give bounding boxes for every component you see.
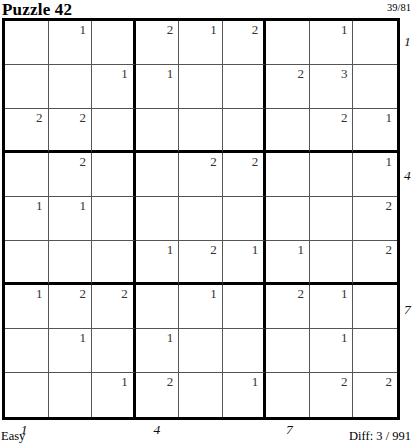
cell-r5c2[interactable]: 1 (49, 197, 93, 241)
cell-r3c5[interactable] (179, 109, 223, 153)
cell-r3c9[interactable]: 1 (353, 109, 397, 153)
cell-r2c7[interactable]: 2 (266, 65, 310, 109)
cell-r7c8[interactable]: 1 (310, 285, 354, 329)
row-label-1: 1 (404, 35, 411, 49)
clue-digit: 1 (297, 243, 304, 257)
cell-r8c7[interactable] (266, 329, 310, 373)
cell-r1c3[interactable] (92, 21, 136, 65)
clue-digit: 1 (386, 111, 393, 125)
cell-r1c8[interactable]: 1 (310, 21, 354, 65)
cell-r2c9[interactable] (353, 65, 397, 109)
cell-r5c4[interactable] (136, 197, 180, 241)
cell-r9c3[interactable]: 1 (92, 373, 136, 417)
clue-digit: 2 (210, 243, 217, 257)
clue-digit: 2 (80, 111, 87, 125)
clue-digit: 1 (210, 287, 217, 301)
clue-digit: 1 (341, 287, 348, 301)
clue-digit: 2 (386, 243, 393, 257)
cell-r6c1[interactable] (5, 241, 49, 285)
cell-r8c2[interactable]: 1 (49, 329, 93, 373)
cell-r1c6[interactable]: 2 (223, 21, 267, 65)
cell-r9c5[interactable] (179, 373, 223, 417)
clue-digit: 1 (80, 199, 87, 213)
cell-r8c6[interactable] (223, 329, 267, 373)
cell-r1c4[interactable]: 2 (136, 21, 180, 65)
cell-r2c8[interactable]: 3 (310, 65, 354, 109)
cell-r1c5[interactable]: 1 (179, 21, 223, 65)
cell-r4c4[interactable] (136, 153, 180, 197)
clue-digit: 2 (167, 375, 174, 389)
cell-r9c9[interactable]: 2 (353, 373, 397, 417)
clue-digit: 1 (121, 375, 128, 389)
cell-r6c2[interactable] (49, 241, 93, 285)
clue-digit: 2 (297, 67, 304, 81)
clue-digit: 3 (341, 67, 348, 81)
cell-r2c4[interactable]: 1 (136, 65, 180, 109)
cell-r6c4[interactable]: 1 (136, 241, 180, 285)
cell-r2c6[interactable] (223, 65, 267, 109)
row-label-4: 4 (404, 169, 411, 183)
cell-r3c6[interactable] (223, 109, 267, 153)
cell-r7c9[interactable] (353, 285, 397, 329)
clue-digit: 2 (386, 375, 393, 389)
clue-digit: 2 (167, 23, 174, 37)
cell-r5c9[interactable]: 2 (353, 197, 397, 241)
clue-digit: 1 (36, 287, 43, 301)
clue-digit: 2 (80, 155, 87, 169)
clue-digit: 1 (167, 67, 174, 81)
cell-r7c1[interactable]: 1 (5, 285, 49, 329)
difficulty-stat: Diff: 3 / 991 (349, 429, 411, 444)
cell-r7c3[interactable]: 2 (92, 285, 136, 329)
cell-r3c1[interactable]: 2 (5, 109, 49, 153)
cell-r7c4[interactable] (136, 285, 180, 329)
cell-r8c4[interactable]: 1 (136, 329, 180, 373)
cell-r8c5[interactable] (179, 329, 223, 373)
cell-r5c8[interactable] (310, 197, 354, 241)
cell-r1c2[interactable]: 1 (49, 21, 93, 65)
clue-digit: 1 (80, 331, 87, 345)
cell-r6c6[interactable]: 1 (223, 241, 267, 285)
cell-r3c3[interactable] (92, 109, 136, 153)
cell-r4c8[interactable] (310, 153, 354, 197)
cell-r1c7[interactable] (266, 21, 310, 65)
clue-digit: 2 (341, 375, 348, 389)
cell-r2c2[interactable] (49, 65, 93, 109)
cell-r5c6[interactable] (223, 197, 267, 241)
puzzle-board: 121211123222122211121211212212111112122 (2, 18, 400, 420)
clue-digit: 1 (121, 67, 128, 81)
cell-r4c3[interactable] (92, 153, 136, 197)
cell-r7c2[interactable]: 2 (49, 285, 93, 329)
clue-digit: 1 (36, 199, 43, 213)
cell-r9c1[interactable] (5, 373, 49, 417)
cell-r4c9[interactable]: 1 (353, 153, 397, 197)
cell-r5c3[interactable] (92, 197, 136, 241)
cell-r5c1[interactable]: 1 (5, 197, 49, 241)
cell-r9c8[interactable]: 2 (310, 373, 354, 417)
clue-digit: 1 (252, 375, 259, 389)
clue-digit: 2 (36, 111, 43, 125)
clue-digit: 1 (167, 331, 174, 345)
cell-r4c7[interactable] (266, 153, 310, 197)
cell-r8c9[interactable] (353, 329, 397, 373)
cell-r5c7[interactable] (266, 197, 310, 241)
cell-r4c2[interactable]: 2 (49, 153, 93, 197)
cell-r3c2[interactable]: 2 (49, 109, 93, 153)
cell-r1c9[interactable] (353, 21, 397, 65)
cell-r6c3[interactable] (92, 241, 136, 285)
clue-digit: 1 (210, 23, 217, 37)
clue-digit: 1 (80, 23, 87, 37)
clue-digit: 1 (341, 331, 348, 345)
cell-r8c3[interactable] (92, 329, 136, 373)
clue-digit: 2 (252, 23, 259, 37)
clue-digit: 2 (341, 111, 348, 125)
cell-r7c5[interactable]: 1 (179, 285, 223, 329)
cell-r7c7[interactable]: 2 (266, 285, 310, 329)
puzzle-title: Puzzle 42 (2, 0, 72, 20)
cell-r2c5[interactable] (179, 65, 223, 109)
clue-digit: 2 (297, 287, 304, 301)
cell-r4c1[interactable] (5, 153, 49, 197)
puzzle-page: Puzzle 42 39/81 121211123222122211121211… (0, 0, 412, 446)
clue-digit: 1 (167, 243, 174, 257)
cell-r5c5[interactable] (179, 197, 223, 241)
col-label-4: 4 (153, 423, 160, 437)
cell-r1c1[interactable] (5, 21, 49, 65)
cell-r6c9[interactable]: 2 (353, 241, 397, 285)
given-count: 39/81 (387, 2, 411, 13)
clue-digit: 1 (386, 155, 393, 169)
cell-r3c7[interactable] (266, 109, 310, 153)
cell-r9c2[interactable] (49, 373, 93, 417)
cell-r9c7[interactable] (266, 373, 310, 417)
col-label-7: 7 (286, 423, 293, 437)
cell-r9c6[interactable]: 1 (223, 373, 267, 417)
clue-digit: 1 (252, 243, 259, 257)
cell-r6c5[interactable]: 2 (179, 241, 223, 285)
cell-r2c1[interactable] (5, 65, 49, 109)
cell-r3c4[interactable] (136, 109, 180, 153)
cell-r7c6[interactable] (223, 285, 267, 329)
clue-digit: 2 (80, 287, 87, 301)
clue-digit: 2 (121, 287, 128, 301)
cell-r8c1[interactable] (5, 329, 49, 373)
cell-r2c3[interactable]: 1 (92, 65, 136, 109)
row-label-7: 7 (404, 303, 411, 317)
clue-digit: 2 (252, 155, 259, 169)
cell-r9c4[interactable]: 2 (136, 373, 180, 417)
cell-r6c7[interactable]: 1 (266, 241, 310, 285)
cell-r8c8[interactable]: 1 (310, 329, 354, 373)
clue-digit: 2 (210, 155, 217, 169)
cell-r6c8[interactable] (310, 241, 354, 285)
clue-digit: 2 (386, 199, 393, 213)
cell-r3c8[interactable]: 2 (310, 109, 354, 153)
col-label-1: 1 (21, 423, 28, 437)
cell-r4c5[interactable]: 2 (179, 153, 223, 197)
cell-r4c6[interactable]: 2 (223, 153, 267, 197)
clue-digit: 1 (341, 23, 348, 37)
